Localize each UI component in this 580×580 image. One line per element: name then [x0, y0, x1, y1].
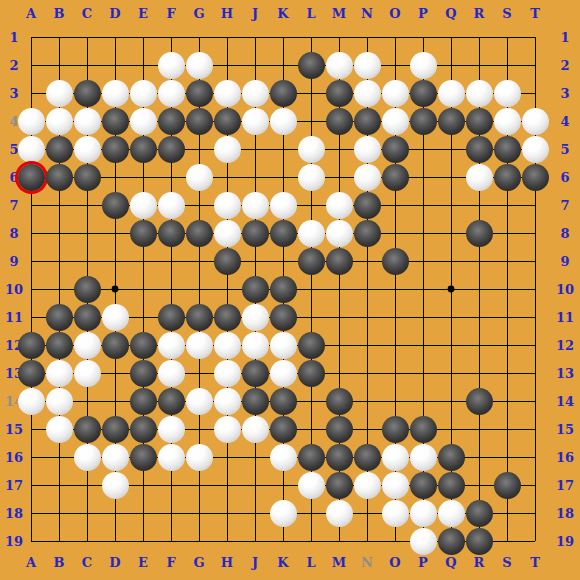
stone-J3 — [242, 80, 269, 107]
stone-O4 — [382, 108, 409, 135]
stone-L5 — [298, 136, 325, 163]
stone-M18 — [326, 500, 353, 527]
stone-G6 — [186, 164, 213, 191]
stone-H14 — [214, 388, 241, 415]
stone-D3 — [102, 80, 129, 107]
stone-M16 — [326, 444, 353, 471]
stone-Q17 — [438, 472, 465, 499]
stone-C4 — [74, 108, 101, 135]
stone-G11 — [186, 304, 213, 331]
stone-O16 — [382, 444, 409, 471]
stone-G8 — [186, 220, 213, 247]
stone-F5 — [158, 136, 185, 163]
stone-O6 — [382, 164, 409, 191]
stone-L2 — [298, 52, 325, 79]
stone-K14 — [270, 388, 297, 415]
stone-K4 — [270, 108, 297, 135]
marked-last-move-stone-A6 — [18, 164, 45, 191]
stone-R3 — [466, 80, 493, 107]
stone-G2 — [186, 52, 213, 79]
stone-N7 — [354, 192, 381, 219]
stone-J7 — [242, 192, 269, 219]
stone-J4 — [242, 108, 269, 135]
stone-S17 — [494, 472, 521, 499]
stone-Q16 — [438, 444, 465, 471]
stone-E4 — [130, 108, 157, 135]
stone-C10 — [74, 276, 101, 303]
stone-K7 — [270, 192, 297, 219]
stone-L12 — [298, 332, 325, 359]
stone-R5 — [466, 136, 493, 163]
stone-J13 — [242, 360, 269, 387]
goban[interactable]: ABCDEFGHJKLMNOPQRST ABCDEFGHJKLMNOPQRST … — [0, 0, 580, 580]
stone-D17 — [102, 472, 129, 499]
stone-K3 — [270, 80, 297, 107]
stone-E16 — [130, 444, 157, 471]
stone-R6 — [466, 164, 493, 191]
stone-F12 — [158, 332, 185, 359]
stone-J8 — [242, 220, 269, 247]
stone-S3 — [494, 80, 521, 107]
stone-O18 — [382, 500, 409, 527]
stone-D5 — [102, 136, 129, 163]
go-board-app: ABCDEFGHJKLMNOPQRST ABCDEFGHJKLMNOPQRST … — [0, 0, 580, 580]
stone-Q19 — [438, 528, 465, 555]
stone-D12 — [102, 332, 129, 359]
stone-N6 — [354, 164, 381, 191]
stone-T5 — [522, 136, 549, 163]
stone-P19 — [410, 528, 437, 555]
stone-H8 — [214, 220, 241, 247]
stone-S6 — [494, 164, 521, 191]
stone-G4 — [186, 108, 213, 135]
stone-C6 — [74, 164, 101, 191]
stone-N17 — [354, 472, 381, 499]
stone-E3 — [130, 80, 157, 107]
stone-Q3 — [438, 80, 465, 107]
stone-H4 — [214, 108, 241, 135]
stone-F16 — [158, 444, 185, 471]
stone-M4 — [326, 108, 353, 135]
stone-Q18 — [438, 500, 465, 527]
stone-P4 — [410, 108, 437, 135]
stone-C13 — [74, 360, 101, 387]
stone-F3 — [158, 80, 185, 107]
stone-C15 — [74, 416, 101, 443]
stone-T4 — [522, 108, 549, 135]
stone-R18 — [466, 500, 493, 527]
stone-S4 — [494, 108, 521, 135]
stone-F7 — [158, 192, 185, 219]
stone-D7 — [102, 192, 129, 219]
stone-F13 — [158, 360, 185, 387]
stone-F11 — [158, 304, 185, 331]
stone-E15 — [130, 416, 157, 443]
stone-K11 — [270, 304, 297, 331]
stone-C3 — [74, 80, 101, 107]
stone-L17 — [298, 472, 325, 499]
stone-H15 — [214, 416, 241, 443]
stone-H7 — [214, 192, 241, 219]
stone-L8 — [298, 220, 325, 247]
stone-E8 — [130, 220, 157, 247]
stone-P3 — [410, 80, 437, 107]
stone-K15 — [270, 416, 297, 443]
stone-N5 — [354, 136, 381, 163]
stone-G14 — [186, 388, 213, 415]
stone-O3 — [382, 80, 409, 107]
stone-M8 — [326, 220, 353, 247]
stone-A14 — [18, 388, 45, 415]
stone-H9 — [214, 248, 241, 275]
stone-C16 — [74, 444, 101, 471]
stone-D15 — [102, 416, 129, 443]
stone-B13 — [46, 360, 73, 387]
stone-E5 — [130, 136, 157, 163]
stone-J12 — [242, 332, 269, 359]
stone-P2 — [410, 52, 437, 79]
stone-M14 — [326, 388, 353, 415]
stone-K16 — [270, 444, 297, 471]
stone-F2 — [158, 52, 185, 79]
stone-E12 — [130, 332, 157, 359]
stone-O5 — [382, 136, 409, 163]
stone-A4 — [18, 108, 45, 135]
stone-G16 — [186, 444, 213, 471]
stone-D4 — [102, 108, 129, 135]
stone-J15 — [242, 416, 269, 443]
stone-O15 — [382, 416, 409, 443]
stone-H5 — [214, 136, 241, 163]
stone-D11 — [102, 304, 129, 331]
stone-B3 — [46, 80, 73, 107]
stone-H11 — [214, 304, 241, 331]
stone-R19 — [466, 528, 493, 555]
stone-R8 — [466, 220, 493, 247]
stone-Q4 — [438, 108, 465, 135]
stone-K18 — [270, 500, 297, 527]
stone-A13 — [18, 360, 45, 387]
stone-L13 — [298, 360, 325, 387]
stone-N4 — [354, 108, 381, 135]
stone-P18 — [410, 500, 437, 527]
stone-B4 — [46, 108, 73, 135]
stone-J10 — [242, 276, 269, 303]
stone-H3 — [214, 80, 241, 107]
stone-B12 — [46, 332, 73, 359]
stone-T6 — [522, 164, 549, 191]
stone-M9 — [326, 248, 353, 275]
stone-B15 — [46, 416, 73, 443]
stones-layer — [0, 0, 580, 580]
stone-P15 — [410, 416, 437, 443]
stone-O9 — [382, 248, 409, 275]
stone-M15 — [326, 416, 353, 443]
stone-N2 — [354, 52, 381, 79]
stone-D16 — [102, 444, 129, 471]
stone-K10 — [270, 276, 297, 303]
stone-H13 — [214, 360, 241, 387]
stone-L6 — [298, 164, 325, 191]
stone-B14 — [46, 388, 73, 415]
stone-M2 — [326, 52, 353, 79]
stone-C12 — [74, 332, 101, 359]
stone-J11 — [242, 304, 269, 331]
stone-F4 — [158, 108, 185, 135]
stone-R14 — [466, 388, 493, 415]
stone-F8 — [158, 220, 185, 247]
stone-J14 — [242, 388, 269, 415]
stone-A5 — [18, 136, 45, 163]
stone-B11 — [46, 304, 73, 331]
stone-L9 — [298, 248, 325, 275]
stone-K12 — [270, 332, 297, 359]
stone-O17 — [382, 472, 409, 499]
stone-E13 — [130, 360, 157, 387]
stone-G3 — [186, 80, 213, 107]
stone-E14 — [130, 388, 157, 415]
stone-P17 — [410, 472, 437, 499]
stone-K13 — [270, 360, 297, 387]
stone-F14 — [158, 388, 185, 415]
stone-C11 — [74, 304, 101, 331]
stone-L16 — [298, 444, 325, 471]
stone-H12 — [214, 332, 241, 359]
stone-K8 — [270, 220, 297, 247]
stone-M17 — [326, 472, 353, 499]
stone-M3 — [326, 80, 353, 107]
stone-M7 — [326, 192, 353, 219]
stone-R4 — [466, 108, 493, 135]
stone-C5 — [74, 136, 101, 163]
stone-S5 — [494, 136, 521, 163]
stone-B6 — [46, 164, 73, 191]
stone-P16 — [410, 444, 437, 471]
stone-B5 — [46, 136, 73, 163]
stone-G12 — [186, 332, 213, 359]
stone-A12 — [18, 332, 45, 359]
stone-E7 — [130, 192, 157, 219]
stone-F15 — [158, 416, 185, 443]
stone-N3 — [354, 80, 381, 107]
stone-N8 — [354, 220, 381, 247]
stone-N16 — [354, 444, 381, 471]
